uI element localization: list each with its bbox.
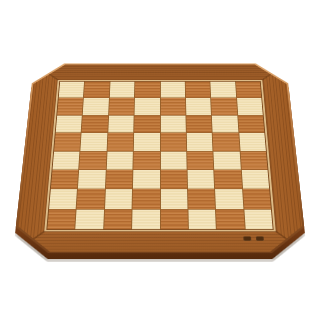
square-c3[interactable] [106,170,133,189]
square-a3[interactable] [51,170,79,189]
square-a1[interactable] [47,209,76,229]
square-e8[interactable] [160,82,185,98]
square-a4[interactable] [53,151,80,169]
square-a2[interactable] [49,189,77,208]
square-a8[interactable] [59,82,85,98]
square-h8[interactable] [236,82,262,98]
square-e3[interactable] [160,170,186,189]
square-a7[interactable] [57,98,83,115]
chessboard [13,63,307,253]
square-h1[interactable] [244,209,273,229]
board-field [44,80,275,231]
maker-stamp [243,236,264,240]
square-d1[interactable] [132,209,159,229]
square-f7[interactable] [186,98,211,115]
square-c7[interactable] [109,98,134,115]
square-g7[interactable] [211,98,237,115]
board-frame [15,65,305,252]
square-f1[interactable] [188,209,216,229]
square-b5[interactable] [81,133,107,151]
square-d6[interactable] [134,115,159,132]
square-d4[interactable] [133,151,159,169]
square-d2[interactable] [133,189,160,208]
square-e4[interactable] [160,151,186,169]
square-c4[interactable] [106,151,132,169]
square-a5[interactable] [54,133,81,151]
square-b8[interactable] [84,82,109,98]
square-f8[interactable] [186,82,211,98]
square-h5[interactable] [239,133,266,151]
maker-stamp-glyph [256,236,264,240]
square-b6[interactable] [82,115,108,132]
square-b1[interactable] [76,209,104,229]
square-h2[interactable] [243,189,271,208]
square-e2[interactable] [160,189,187,208]
square-f2[interactable] [188,189,215,208]
square-b2[interactable] [77,189,105,208]
square-b4[interactable] [80,151,107,169]
square-g1[interactable] [216,209,244,229]
square-h4[interactable] [240,151,267,169]
square-d7[interactable] [135,98,160,115]
square-f5[interactable] [187,133,213,151]
square-e5[interactable] [160,133,186,151]
square-d8[interactable] [135,82,160,98]
square-g4[interactable] [214,151,241,169]
square-b3[interactable] [78,170,105,189]
square-g5[interactable] [213,133,239,151]
square-c1[interactable] [104,209,132,229]
square-e7[interactable] [160,98,185,115]
square-g6[interactable] [212,115,238,132]
square-f6[interactable] [186,115,212,132]
square-f3[interactable] [187,170,214,189]
square-d5[interactable] [134,133,160,151]
maker-stamp-glyph [243,236,251,240]
square-b7[interactable] [83,98,109,115]
square-c8[interactable] [110,82,135,98]
square-h7[interactable] [237,98,263,115]
square-c5[interactable] [107,133,133,151]
square-c2[interactable] [105,189,132,208]
square-g2[interactable] [215,189,243,208]
square-h3[interactable] [241,170,269,189]
square-d3[interactable] [133,170,159,189]
square-g3[interactable] [214,170,241,189]
page-background [0,0,320,320]
chessboard-scene [10,1,310,301]
square-g8[interactable] [211,82,236,98]
square-a6[interactable] [56,115,82,132]
square-e1[interactable] [160,209,187,229]
square-e6[interactable] [160,115,185,132]
square-h6[interactable] [238,115,264,132]
square-f4[interactable] [187,151,213,169]
square-c6[interactable] [108,115,134,132]
